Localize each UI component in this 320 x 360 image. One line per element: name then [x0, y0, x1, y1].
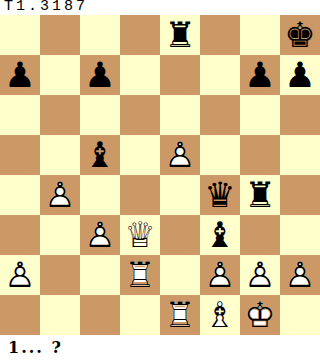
- square-g6[interactable]: [240, 95, 280, 135]
- piece-white-queen: ♛♕: [120, 215, 160, 255]
- piece-white-pawn: ♟♙: [240, 255, 280, 295]
- square-h2[interactable]: ♟♙: [280, 255, 320, 295]
- piece-black-pawn: ♟: [80, 55, 120, 95]
- piece-white-king: ♚♔: [240, 295, 280, 335]
- square-c4[interactable]: [80, 175, 120, 215]
- square-h4[interactable]: [280, 175, 320, 215]
- square-b3[interactable]: [40, 215, 80, 255]
- square-b7[interactable]: [40, 55, 80, 95]
- square-f4[interactable]: ♛: [200, 175, 240, 215]
- square-b4[interactable]: ♟♙: [40, 175, 80, 215]
- piece-black-bishop: ♝: [200, 215, 240, 255]
- square-f2[interactable]: ♟♙: [200, 255, 240, 295]
- square-b6[interactable]: [40, 95, 80, 135]
- square-h3[interactable]: [280, 215, 320, 255]
- square-a3[interactable]: [0, 215, 40, 255]
- piece-white-rook: ♜♖: [160, 295, 200, 335]
- square-g5[interactable]: [240, 135, 280, 175]
- square-d4[interactable]: [120, 175, 160, 215]
- square-e7[interactable]: [160, 55, 200, 95]
- piece-white-pawn: ♟♙: [160, 135, 200, 175]
- piece-black-king: ♚: [280, 15, 320, 55]
- square-e3[interactable]: [160, 215, 200, 255]
- piece-black-bishop: ♝: [80, 135, 120, 175]
- square-a7[interactable]: ♟: [0, 55, 40, 95]
- piece-black-queen: ♛: [200, 175, 240, 215]
- piece-white-pawn: ♟♙: [280, 255, 320, 295]
- square-g2[interactable]: ♟♙: [240, 255, 280, 295]
- square-f3[interactable]: ♝: [200, 215, 240, 255]
- square-c2[interactable]: [80, 255, 120, 295]
- square-c7[interactable]: ♟: [80, 55, 120, 95]
- piece-white-bishop: ♝♗: [200, 295, 240, 335]
- square-a1[interactable]: [0, 295, 40, 335]
- piece-white-rook: ♜♖: [120, 255, 160, 295]
- square-g3[interactable]: [240, 215, 280, 255]
- square-e2[interactable]: [160, 255, 200, 295]
- piece-white-pawn: ♟♙: [40, 175, 80, 215]
- square-e1[interactable]: ♜♖: [160, 295, 200, 335]
- square-e4[interactable]: [160, 175, 200, 215]
- square-g8[interactable]: [240, 15, 280, 55]
- square-h7[interactable]: ♟: [280, 55, 320, 95]
- square-b1[interactable]: [40, 295, 80, 335]
- square-d8[interactable]: [120, 15, 160, 55]
- square-d3[interactable]: ♛♕: [120, 215, 160, 255]
- piece-black-pawn: ♟: [280, 55, 320, 95]
- piece-white-pawn: ♟♙: [80, 215, 120, 255]
- move-prompt-label: 1... ?: [8, 337, 63, 359]
- square-f7[interactable]: [200, 55, 240, 95]
- square-h1[interactable]: [280, 295, 320, 335]
- square-f8[interactable]: [200, 15, 240, 55]
- piece-white-pawn: ♟♙: [200, 255, 240, 295]
- square-a8[interactable]: [0, 15, 40, 55]
- square-g4[interactable]: ♜: [240, 175, 280, 215]
- piece-black-rook: ♜: [160, 15, 200, 55]
- puzzle-id-label: T1.3187: [4, 0, 88, 15]
- square-c8[interactable]: [80, 15, 120, 55]
- square-b2[interactable]: [40, 255, 80, 295]
- piece-black-pawn: ♟: [0, 55, 40, 95]
- square-d1[interactable]: [120, 295, 160, 335]
- square-a6[interactable]: [0, 95, 40, 135]
- square-g1[interactable]: ♚♔: [240, 295, 280, 335]
- piece-black-rook: ♜: [240, 175, 280, 215]
- square-c6[interactable]: [80, 95, 120, 135]
- piece-black-pawn: ♟: [240, 55, 280, 95]
- square-a2[interactable]: ♟♙: [0, 255, 40, 295]
- square-a5[interactable]: [0, 135, 40, 175]
- square-e8[interactable]: ♜: [160, 15, 200, 55]
- square-h6[interactable]: [280, 95, 320, 135]
- square-d6[interactable]: [120, 95, 160, 135]
- square-h5[interactable]: [280, 135, 320, 175]
- chess-board: ♜♚♟♟♟♟♝♟♙♟♙♛♜♟♙♛♕♝♟♙♜♖♟♙♟♙♟♙♜♖♝♗♚♔: [0, 15, 320, 335]
- square-f5[interactable]: [200, 135, 240, 175]
- square-b8[interactable]: [40, 15, 80, 55]
- square-d7[interactable]: [120, 55, 160, 95]
- square-f1[interactable]: ♝♗: [200, 295, 240, 335]
- piece-white-pawn: ♟♙: [0, 255, 40, 295]
- square-d2[interactable]: ♜♖: [120, 255, 160, 295]
- square-d5[interactable]: [120, 135, 160, 175]
- puzzle-page: T1.3187 ♜♚♟♟♟♟♝♟♙♟♙♛♜♟♙♛♕♝♟♙♜♖♟♙♟♙♟♙♜♖♝♗…: [0, 0, 320, 360]
- square-c3[interactable]: ♟♙: [80, 215, 120, 255]
- square-h8[interactable]: ♚: [280, 15, 320, 55]
- square-f6[interactable]: [200, 95, 240, 135]
- square-e6[interactable]: [160, 95, 200, 135]
- square-c5[interactable]: ♝: [80, 135, 120, 175]
- square-g7[interactable]: ♟: [240, 55, 280, 95]
- square-b5[interactable]: [40, 135, 80, 175]
- square-a4[interactable]: [0, 175, 40, 215]
- square-e5[interactable]: ♟♙: [160, 135, 200, 175]
- square-c1[interactable]: [80, 295, 120, 335]
